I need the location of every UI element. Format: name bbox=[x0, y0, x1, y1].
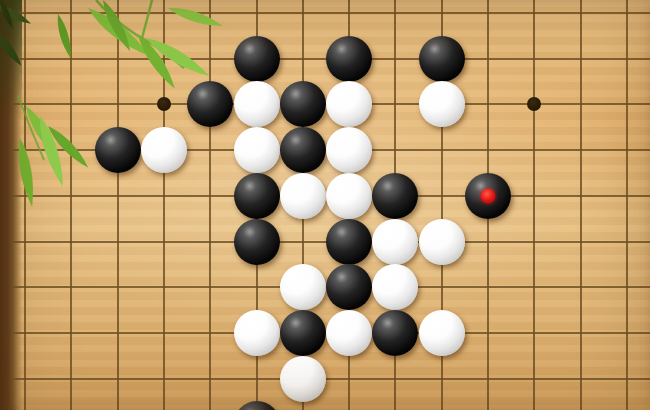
white-stone bbox=[419, 310, 465, 356]
bamboo-leaf bbox=[15, 137, 38, 208]
black-stone bbox=[326, 264, 372, 310]
bamboo-leaf bbox=[133, 31, 179, 92]
black-stone bbox=[234, 173, 280, 219]
bamboo-leaf bbox=[0, 25, 25, 68]
white-stone bbox=[280, 173, 326, 219]
white-stone bbox=[372, 264, 418, 310]
white-stone bbox=[234, 310, 280, 356]
grid-line-vertical bbox=[24, 0, 26, 410]
white-stone bbox=[326, 173, 372, 219]
white-stone bbox=[141, 127, 187, 173]
white-stone bbox=[234, 127, 280, 173]
white-stone bbox=[326, 81, 372, 127]
grid-line-vertical bbox=[209, 0, 211, 410]
white-stone bbox=[280, 264, 326, 310]
black-stone bbox=[326, 36, 372, 82]
grid-line-vertical bbox=[533, 0, 535, 410]
bamboo-leaf bbox=[44, 123, 91, 172]
white-stone bbox=[326, 127, 372, 173]
black-stone bbox=[372, 173, 418, 219]
last-move-marker bbox=[481, 188, 496, 203]
black-stone bbox=[280, 310, 326, 356]
grid-line-vertical bbox=[580, 0, 582, 410]
bamboo-leaf bbox=[0, 0, 16, 31]
grid-line-vertical bbox=[117, 0, 119, 410]
board-edge bbox=[0, 0, 22, 410]
black-stone bbox=[234, 219, 280, 265]
black-stone bbox=[465, 173, 511, 219]
black-stone bbox=[234, 36, 280, 82]
black-stone bbox=[234, 401, 280, 410]
black-stone bbox=[280, 127, 326, 173]
black-stone bbox=[280, 81, 326, 127]
bamboo-leaf bbox=[21, 103, 63, 161]
white-stone bbox=[372, 219, 418, 265]
black-stone bbox=[372, 310, 418, 356]
black-stone bbox=[326, 219, 372, 265]
bamboo-leaf bbox=[34, 114, 68, 188]
grid-line-horizontal bbox=[12, 378, 650, 380]
black-stone bbox=[419, 36, 465, 82]
grid-line-vertical bbox=[626, 0, 628, 410]
white-stone bbox=[234, 81, 280, 127]
black-stone bbox=[95, 127, 141, 173]
white-stone bbox=[280, 356, 326, 402]
game-board[interactable] bbox=[0, 0, 650, 410]
white-stone bbox=[419, 81, 465, 127]
white-stone bbox=[419, 219, 465, 265]
bamboo-stem bbox=[142, 0, 152, 38]
star-point bbox=[527, 97, 541, 111]
white-stone bbox=[326, 310, 372, 356]
grid-line-vertical bbox=[70, 0, 72, 410]
black-stone bbox=[187, 81, 233, 127]
grid-line-horizontal bbox=[12, 12, 650, 14]
grid-line-vertical bbox=[163, 0, 165, 410]
bamboo-leaf bbox=[166, 3, 224, 30]
star-point bbox=[157, 97, 171, 111]
